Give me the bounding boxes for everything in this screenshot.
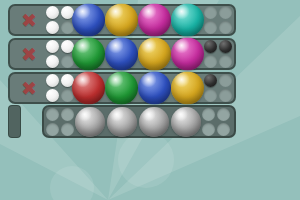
guess-row: ✖ xyxy=(8,4,236,36)
peg-hole xyxy=(204,89,217,102)
peg-hole xyxy=(61,123,74,136)
empty-ball-slot[interactable] xyxy=(171,107,201,137)
feedback-peg-white xyxy=(46,21,59,34)
guess-ball-red xyxy=(72,72,105,105)
feedback-peg-white xyxy=(46,6,59,19)
feedback-peg-white xyxy=(46,89,59,102)
peg-hole xyxy=(204,6,217,19)
delete-guess-button[interactable]: ✖ xyxy=(16,74,42,102)
guess-row: ✖ xyxy=(8,72,236,104)
guess-balls xyxy=(75,107,201,137)
guess-ball-blue xyxy=(105,38,138,71)
peg-hole xyxy=(219,74,232,87)
peg-hole xyxy=(219,6,232,19)
feedback-peg-white xyxy=(46,40,59,53)
delete-guess-button[interactable]: ✖ xyxy=(16,40,42,68)
feedback-peg-white xyxy=(46,55,59,68)
guess-balls xyxy=(72,4,204,37)
empty-ball-slot[interactable] xyxy=(75,107,105,137)
black-peg-tray xyxy=(202,108,230,136)
mastermind-board: ✖✖✖ xyxy=(0,0,300,200)
guess-row: ✖ xyxy=(8,38,236,70)
current-row-handle xyxy=(8,105,21,138)
peg-hole xyxy=(217,123,230,136)
peg-hole xyxy=(202,123,215,136)
guess-balls xyxy=(72,38,204,71)
background-circle xyxy=(50,166,94,200)
guess-ball-yellow xyxy=(105,4,138,37)
white-peg-tray xyxy=(46,6,74,34)
white-peg-tray xyxy=(46,40,74,68)
white-peg-tray xyxy=(46,108,74,136)
white-peg-tray xyxy=(46,74,74,102)
peg-hole xyxy=(61,108,74,121)
peg-hole xyxy=(219,55,232,68)
guess-ball-teal xyxy=(171,4,204,37)
peg-hole xyxy=(46,108,59,121)
peg-hole xyxy=(204,21,217,34)
black-peg-tray xyxy=(204,6,232,34)
delete-guess-button[interactable]: ✖ xyxy=(16,6,42,34)
guess-ball-blue xyxy=(138,72,171,105)
peg-hole xyxy=(204,55,217,68)
guess-ball-green xyxy=(72,38,105,71)
empty-ball-slot[interactable] xyxy=(107,107,137,137)
feedback-peg-white xyxy=(46,74,59,87)
peg-hole xyxy=(219,21,232,34)
peg-hole xyxy=(46,123,59,136)
guess-ball-yellow xyxy=(138,38,171,71)
guess-ball-green xyxy=(105,72,138,105)
black-peg-tray xyxy=(204,74,232,102)
background-circle xyxy=(118,132,174,188)
current-guess-row xyxy=(42,105,236,138)
guess-ball-blue xyxy=(72,4,105,37)
guess-balls xyxy=(72,72,204,105)
empty-ball-slot[interactable] xyxy=(139,107,169,137)
guess-ball-yellow xyxy=(171,72,204,105)
feedback-peg-black xyxy=(204,74,217,87)
peg-hole xyxy=(202,108,215,121)
feedback-peg-black xyxy=(219,40,232,53)
black-peg-tray xyxy=(204,40,232,68)
peg-hole xyxy=(219,89,232,102)
guess-ball-magenta xyxy=(171,38,204,71)
feedback-peg-black xyxy=(204,40,217,53)
guess-ball-magenta xyxy=(138,4,171,37)
peg-hole xyxy=(217,108,230,121)
